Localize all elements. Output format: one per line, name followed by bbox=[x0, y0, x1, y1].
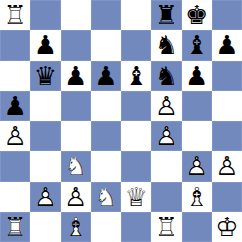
piece-black-pawn[interactable]: ♟ bbox=[91, 61, 121, 91]
piece-white-bishop[interactable]: ♗ bbox=[61, 212, 91, 242]
square-d6[interactable]: ♟ bbox=[91, 61, 121, 91]
square-a3[interactable] bbox=[0, 151, 30, 181]
piece-white-pawn[interactable]: ♙ bbox=[0, 121, 30, 151]
square-c3[interactable]: ♞♘ bbox=[61, 151, 91, 181]
piece-white-bishop[interactable]: ♗ bbox=[182, 182, 212, 212]
piece-white-pawn[interactable]: ♙ bbox=[30, 182, 60, 212]
square-b3[interactable] bbox=[30, 151, 60, 181]
square-h6[interactable] bbox=[212, 61, 242, 91]
square-f8[interactable]: ♜ bbox=[151, 0, 181, 30]
square-e2[interactable]: ♛♕ bbox=[121, 182, 151, 212]
square-b1[interactable] bbox=[30, 212, 60, 242]
square-g8[interactable]: ♚ bbox=[182, 0, 212, 30]
square-h3[interactable]: ♟♙ bbox=[212, 151, 242, 181]
piece-white-rook[interactable]: ♖ bbox=[0, 212, 30, 242]
square-f3[interactable] bbox=[151, 151, 181, 181]
square-g7[interactable]: ♝ bbox=[182, 30, 212, 60]
square-c6[interactable]: ♟ bbox=[61, 61, 91, 91]
square-f6[interactable]: ♞ bbox=[151, 61, 181, 91]
piece-white-pawn[interactable]: ♙ bbox=[212, 151, 242, 181]
square-h5[interactable] bbox=[212, 91, 242, 121]
square-c1[interactable]: ♝♗ bbox=[61, 212, 91, 242]
square-a1[interactable]: ♜♖ bbox=[0, 212, 30, 242]
square-a8[interactable]: ♜♖ bbox=[0, 0, 30, 30]
square-e3[interactable] bbox=[121, 151, 151, 181]
square-g2[interactable]: ♝♗ bbox=[182, 182, 212, 212]
square-c7[interactable] bbox=[61, 30, 91, 60]
square-g3[interactable]: ♟♙ bbox=[182, 151, 212, 181]
piece-white-pawn[interactable]: ♙ bbox=[61, 182, 91, 212]
square-e7[interactable] bbox=[121, 30, 151, 60]
square-b8[interactable] bbox=[30, 0, 60, 30]
piece-black-pawn[interactable]: ♟ bbox=[0, 91, 30, 121]
square-e8[interactable] bbox=[121, 0, 151, 30]
square-f2[interactable] bbox=[151, 182, 181, 212]
square-e5[interactable] bbox=[121, 91, 151, 121]
piece-white-pawn[interactable]: ♙ bbox=[182, 151, 212, 181]
square-a5[interactable]: ♟ bbox=[0, 91, 30, 121]
square-b5[interactable] bbox=[30, 91, 60, 121]
square-h7[interactable]: ♟ bbox=[212, 30, 242, 60]
piece-black-rook[interactable]: ♜ bbox=[151, 0, 181, 30]
square-g1[interactable] bbox=[182, 212, 212, 242]
piece-white-knight[interactable]: ♘ bbox=[61, 151, 91, 181]
square-g6[interactable]: ♟ bbox=[182, 61, 212, 91]
square-b2[interactable]: ♟♙ bbox=[30, 182, 60, 212]
piece-black-pawn[interactable]: ♟ bbox=[30, 30, 60, 60]
chess-board: ♜♖♜♚♟♞♝♟♛♟♟♝♞♟♟♟♙♟♙♟♙♞♘♟♙♟♙♟♙♟♙♞♘♛♕♝♗♜♖♝… bbox=[0, 0, 242, 242]
piece-black-king[interactable]: ♚ bbox=[182, 0, 212, 30]
square-f5[interactable]: ♟♙ bbox=[151, 91, 181, 121]
square-a4[interactable]: ♟♙ bbox=[0, 121, 30, 151]
piece-white-king[interactable]: ♔ bbox=[212, 212, 242, 242]
square-h2[interactable] bbox=[212, 182, 242, 212]
square-e4[interactable] bbox=[121, 121, 151, 151]
piece-black-queen[interactable]: ♛ bbox=[30, 61, 60, 91]
piece-white-rook[interactable]: ♖ bbox=[151, 212, 181, 242]
square-h1[interactable]: ♚♔ bbox=[212, 212, 242, 242]
square-h8[interactable] bbox=[212, 0, 242, 30]
piece-white-rook[interactable]: ♖ bbox=[0, 0, 30, 30]
square-c2[interactable]: ♟♙ bbox=[61, 182, 91, 212]
square-d2[interactable]: ♞♘ bbox=[91, 182, 121, 212]
piece-black-knight[interactable]: ♞ bbox=[151, 61, 181, 91]
square-a7[interactable] bbox=[0, 30, 30, 60]
square-d8[interactable] bbox=[91, 0, 121, 30]
piece-white-queen[interactable]: ♕ bbox=[121, 182, 151, 212]
square-f4[interactable]: ♟♙ bbox=[151, 121, 181, 151]
square-a6[interactable] bbox=[0, 61, 30, 91]
square-d7[interactable] bbox=[91, 30, 121, 60]
square-g4[interactable] bbox=[182, 121, 212, 151]
piece-black-knight[interactable]: ♞ bbox=[151, 30, 181, 60]
square-c4[interactable] bbox=[61, 121, 91, 151]
piece-white-knight[interactable]: ♘ bbox=[91, 182, 121, 212]
square-f1[interactable]: ♜♖ bbox=[151, 212, 181, 242]
square-c8[interactable] bbox=[61, 0, 91, 30]
square-b7[interactable]: ♟ bbox=[30, 30, 60, 60]
square-b4[interactable] bbox=[30, 121, 60, 151]
square-d1[interactable] bbox=[91, 212, 121, 242]
square-e6[interactable]: ♝ bbox=[121, 61, 151, 91]
square-g5[interactable] bbox=[182, 91, 212, 121]
square-d5[interactable] bbox=[91, 91, 121, 121]
square-e1[interactable] bbox=[121, 212, 151, 242]
piece-black-pawn[interactable]: ♟ bbox=[61, 61, 91, 91]
piece-black-pawn[interactable]: ♟ bbox=[182, 61, 212, 91]
square-c5[interactable] bbox=[61, 91, 91, 121]
square-h4[interactable] bbox=[212, 121, 242, 151]
square-b6[interactable]: ♛ bbox=[30, 61, 60, 91]
square-f7[interactable]: ♞ bbox=[151, 30, 181, 60]
piece-black-bishop[interactable]: ♝ bbox=[121, 61, 151, 91]
piece-white-pawn[interactable]: ♙ bbox=[151, 121, 181, 151]
square-d3[interactable] bbox=[91, 151, 121, 181]
piece-white-pawn[interactable]: ♙ bbox=[151, 91, 181, 121]
piece-black-pawn[interactable]: ♟ bbox=[212, 30, 242, 60]
piece-black-bishop[interactable]: ♝ bbox=[182, 30, 212, 60]
square-d4[interactable] bbox=[91, 121, 121, 151]
square-a2[interactable] bbox=[0, 182, 30, 212]
